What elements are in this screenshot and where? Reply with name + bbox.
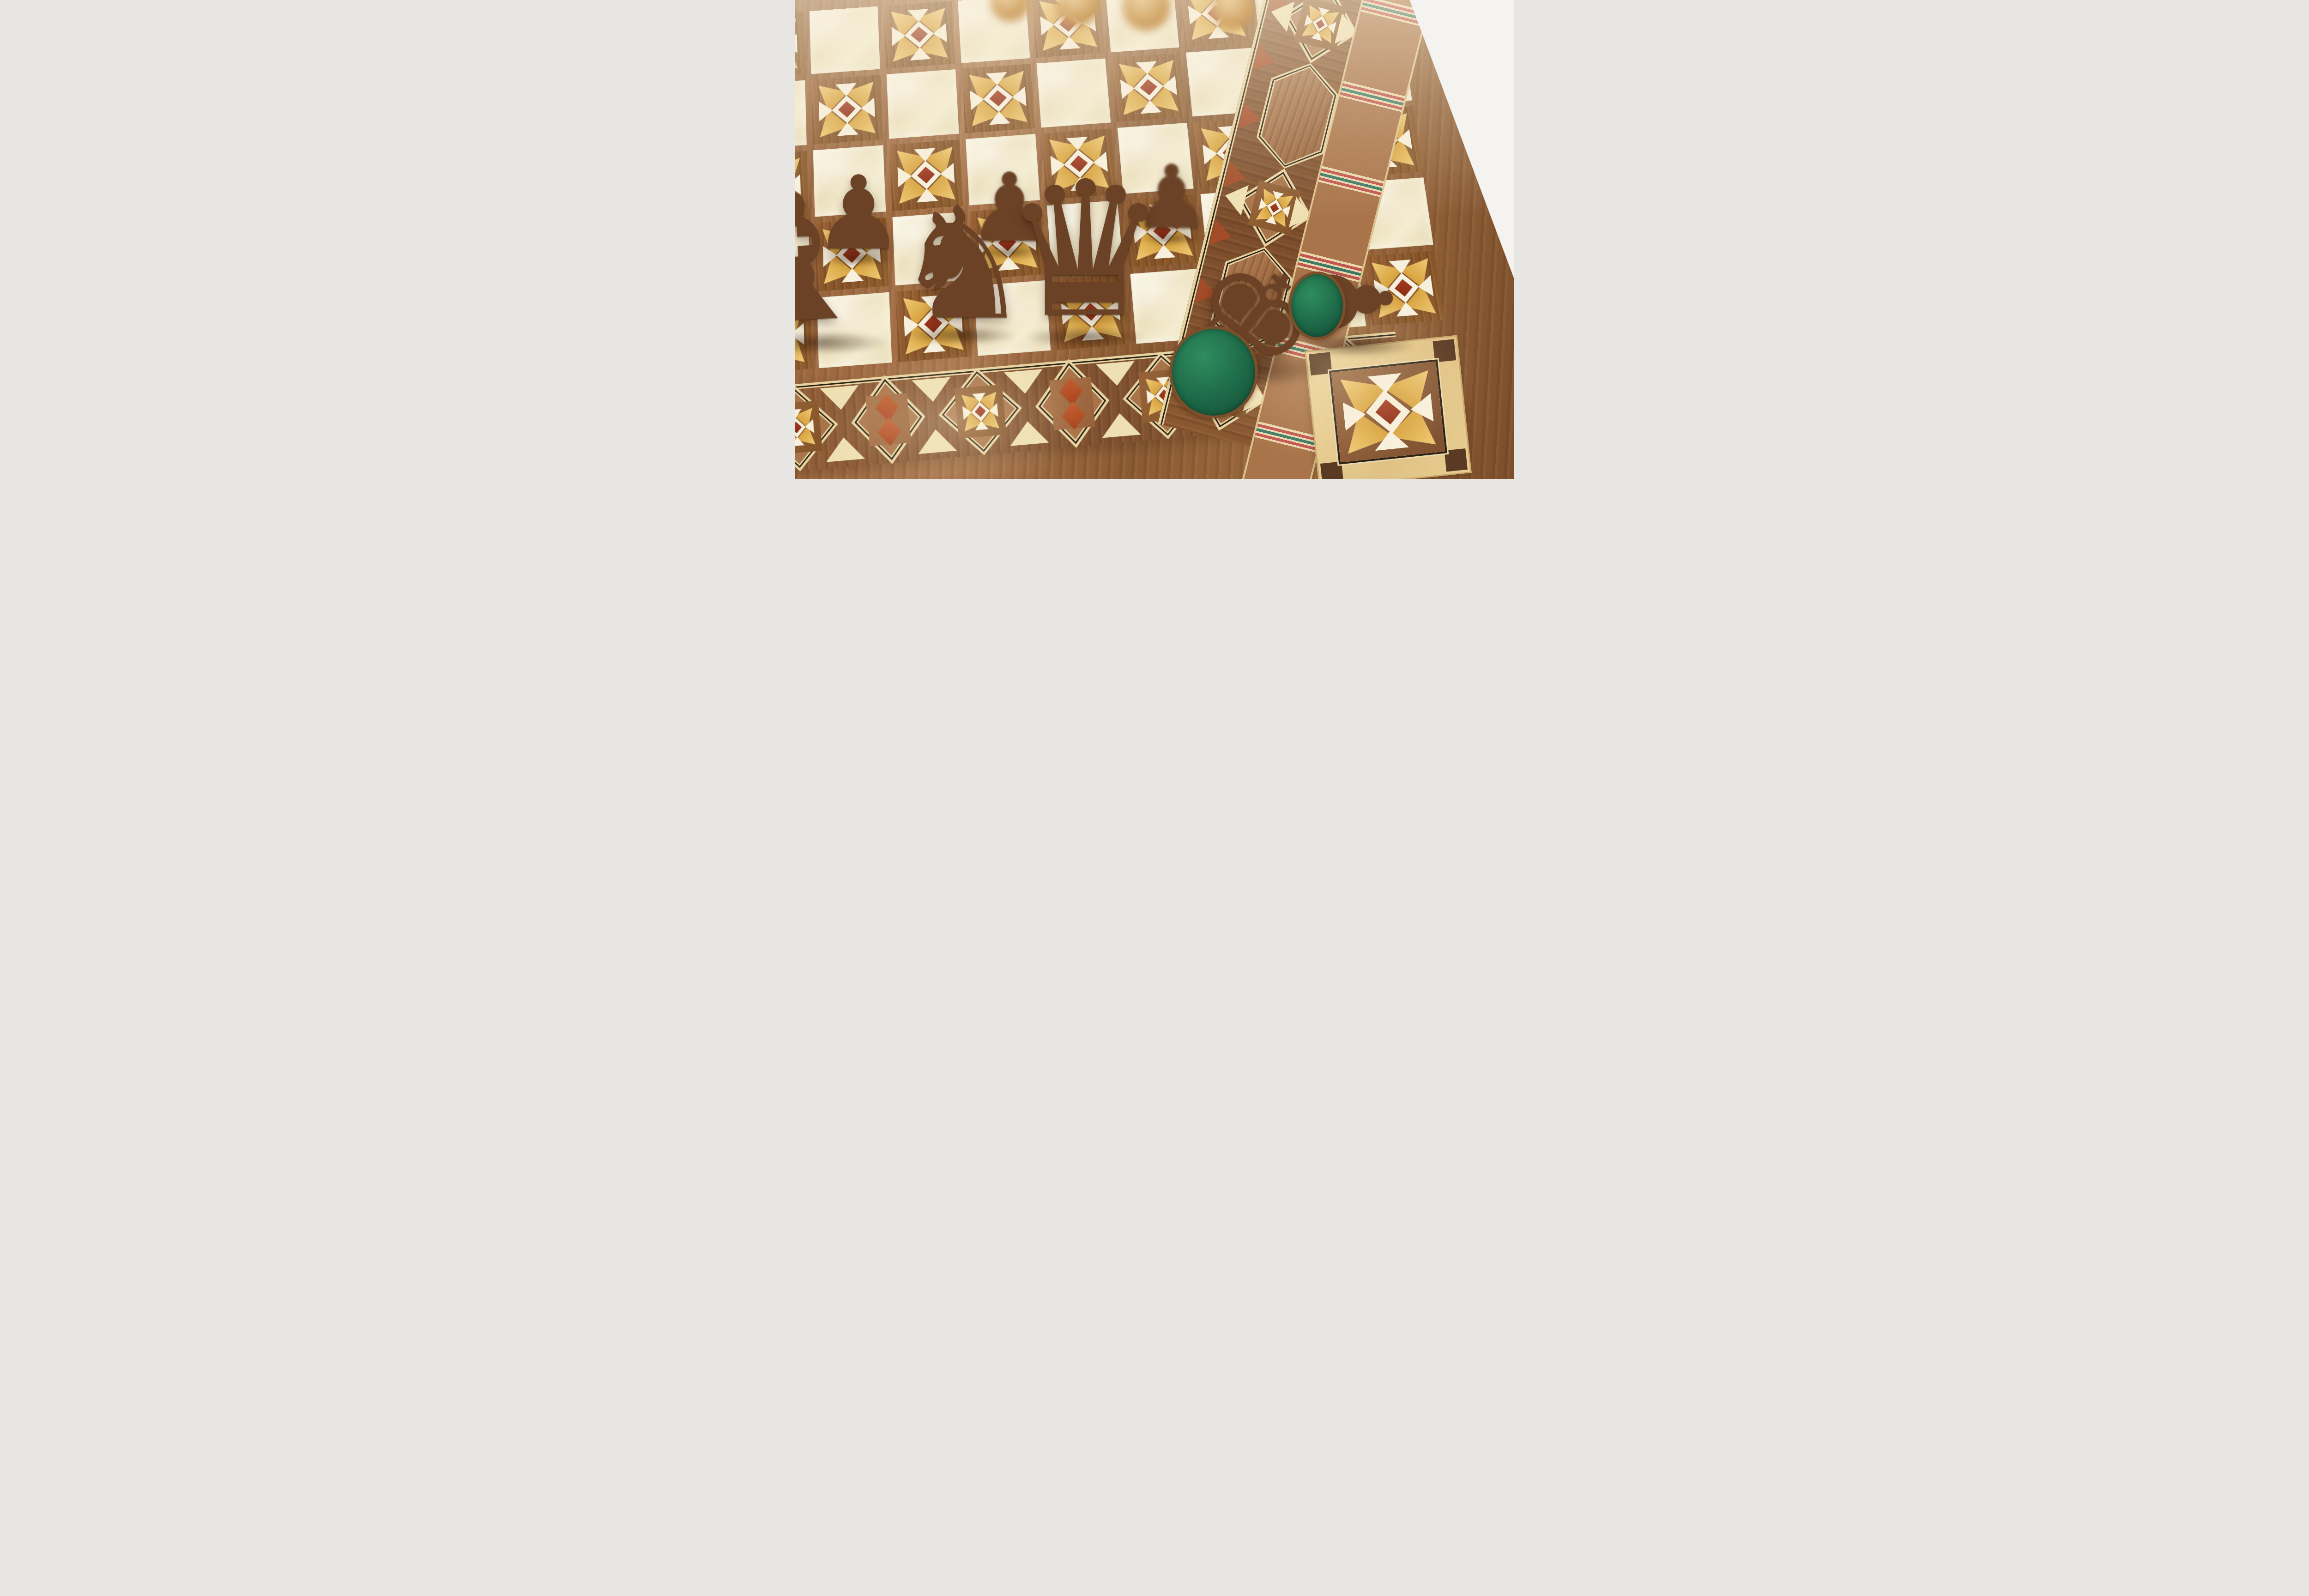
pieces-layer: ♝♟♞♟♛♟♚♟ bbox=[795, 0, 1514, 479]
piece-bishop-dark[interactable]: ♝ bbox=[795, 168, 876, 351]
felt-base[interactable] bbox=[1288, 272, 1346, 340]
felt-base[interactable] bbox=[1169, 326, 1258, 418]
blurred-light-piece bbox=[1056, 0, 1100, 26]
blurred-light-piece bbox=[1212, 0, 1254, 30]
photo-stage: ♝♟♞♟♛♟♚♟ bbox=[795, 0, 1514, 479]
blurred-light-piece bbox=[1122, 0, 1170, 30]
blurred-light-piece bbox=[991, 0, 1029, 21]
piece-queen-dark[interactable]: ♛ bbox=[1001, 157, 1169, 344]
